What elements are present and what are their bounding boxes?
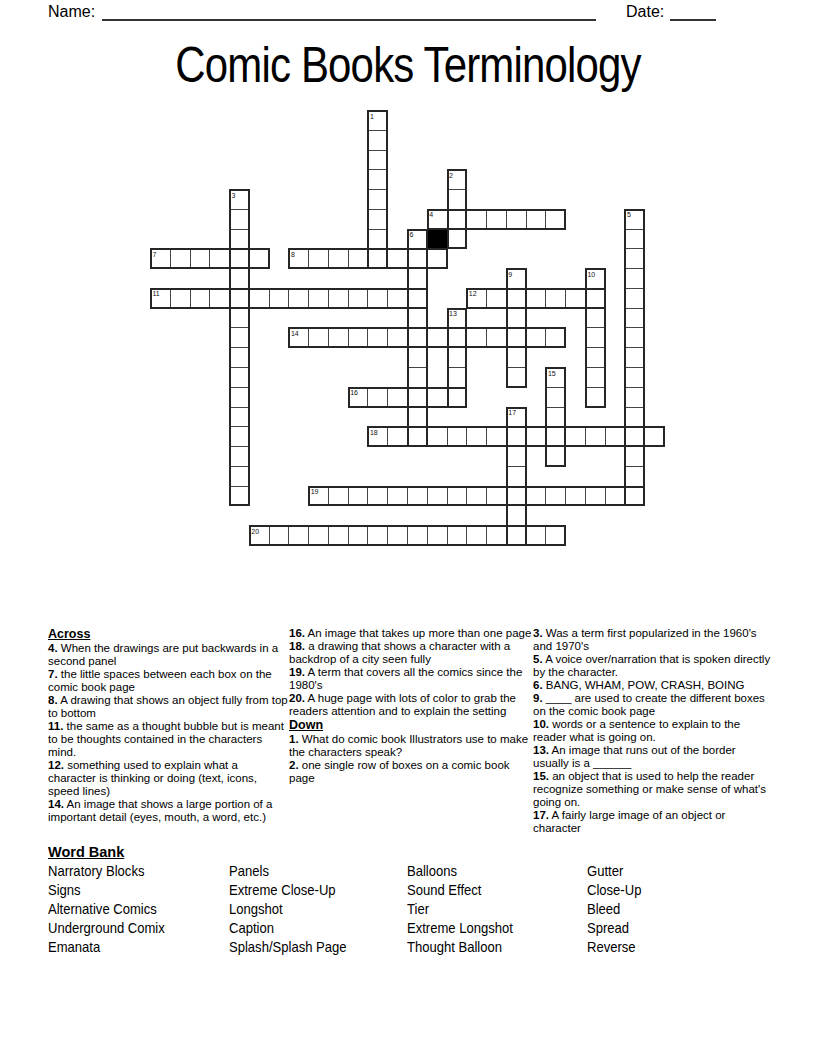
grid-cell-r16-c25[interactable]: [644, 426, 665, 447]
grid-cell-r10-c13[interactable]: [407, 308, 428, 329]
grid-cell-r18-c24[interactable]: [624, 466, 645, 487]
clue-number-17: 17: [508, 409, 516, 416]
clue-down-2: 2. one single row of boxes on a comic bo…: [289, 759, 532, 785]
name-label: Name:: [48, 3, 95, 21]
clue-across-7: 7. the little spaces between each box on…: [48, 668, 288, 694]
grid-cell-r6-c11[interactable]: [367, 229, 388, 250]
grid-cell-r12-c24[interactable]: [624, 347, 645, 368]
grid-cell-r9-c2[interactable]: [190, 288, 211, 309]
grid-cell-r11-c8[interactable]: [308, 327, 329, 348]
name-blank-line[interactable]: [102, 2, 596, 21]
black-cell: [427, 229, 448, 250]
clue-number-16: 16: [350, 389, 358, 396]
grid-cell-r9-c18[interactable]: [506, 288, 527, 309]
grid-cell-r5-c16[interactable]: [466, 209, 487, 230]
word-bank-item: Underground Comix: [48, 919, 165, 938]
grid-cell-r15-c13[interactable]: [407, 407, 428, 428]
grid-cell-r8-c24[interactable]: [624, 268, 645, 289]
clue-across-12: 12. something used to explain what a cha…: [48, 759, 288, 798]
word-bank-item: Sound Effect: [407, 881, 513, 900]
word-bank-item: Reverse: [587, 938, 641, 957]
grid-cell-r11-c13[interactable]: [407, 327, 428, 348]
grid-cell-r17-c20[interactable]: [545, 446, 566, 467]
grid-cell-r9-c24[interactable]: [624, 288, 645, 309]
clue-down-15: 15. an object that is used to help the r…: [533, 770, 773, 809]
word-bank-item: Longshot: [229, 900, 347, 919]
grid-cell-r9-c17[interactable]: [486, 288, 507, 309]
grid-cell-r14-c15[interactable]: [447, 387, 468, 408]
grid-cell-r21-c9[interactable]: [328, 525, 349, 546]
grid-cell-r19-c9[interactable]: [328, 486, 349, 507]
clue-across-14: 14. An image that shows a large portion …: [48, 798, 288, 824]
grid-cell-r21-c8[interactable]: [308, 525, 329, 546]
grid-cell-r17-c4[interactable]: [229, 446, 250, 467]
grid-cell-r9-c8[interactable]: [308, 288, 329, 309]
clue-number-6: 6: [410, 231, 414, 238]
grid-cell-r21-c17[interactable]: [486, 525, 507, 546]
grid-cell-r17-c24[interactable]: [624, 446, 645, 467]
grid-cell-r5-c17[interactable]: [486, 209, 507, 230]
grid-cell-r21-c10[interactable]: [348, 525, 369, 546]
grid-cell-r5-c20[interactable]: [545, 209, 566, 230]
grid-cell-r9-c1[interactable]: [170, 288, 191, 309]
grid-cell-r21-c11[interactable]: [367, 525, 388, 546]
word-bank-item: Spread: [587, 919, 641, 938]
grid-cell-r19-c11[interactable]: [367, 486, 388, 507]
grid-cell-r9-c19[interactable]: [526, 288, 547, 309]
grid-cell-r9-c10[interactable]: [348, 288, 369, 309]
grid-cell-r8-c13[interactable]: [407, 268, 428, 289]
clue-number-9: 9: [508, 271, 512, 278]
grid-cell-r11-c14[interactable]: [427, 327, 448, 348]
grid-cell-r7-c24[interactable]: [624, 248, 645, 269]
grid-cell-r9-c9[interactable]: [328, 288, 349, 309]
word-bank-item: Tier: [407, 900, 513, 919]
grid-cell-r7-c11[interactable]: [367, 248, 388, 269]
clue-number-4: 4: [429, 211, 433, 218]
grid-cell-r7-c1[interactable]: [170, 248, 191, 269]
grid-cell-r10-c18[interactable]: [506, 308, 527, 329]
grid-cell-r4-c15[interactable]: [447, 189, 468, 210]
grid-cell-r16-c19[interactable]: [526, 426, 547, 447]
clue-down-10: 10. words or a sentence to explain to th…: [533, 718, 773, 744]
clue-across-4: 4. When the drawings are put backwards i…: [48, 642, 288, 668]
grid-cell-r8-c4[interactable]: [229, 268, 250, 289]
date-label: Date:: [626, 3, 664, 21]
clue-number-5: 5: [627, 211, 631, 218]
clue-number-14: 14: [291, 330, 299, 337]
grid-cell-r12-c18[interactable]: [506, 347, 527, 368]
word-bank-column-3: BalloonsSound EffectTierExtreme Longshot…: [407, 862, 513, 957]
clue-number-7: 7: [153, 251, 157, 258]
grid-cell-r7-c2[interactable]: [190, 248, 211, 269]
grid-cell-r19-c19[interactable]: [526, 486, 547, 507]
grid-cell-r14-c14[interactable]: [427, 387, 448, 408]
clue-number-12: 12: [469, 290, 477, 297]
grid-cell-r16-c13[interactable]: [407, 426, 428, 447]
grid-cell-r19-c22[interactable]: [585, 486, 606, 507]
clue-number-3: 3: [232, 192, 236, 199]
grid-cell-r19-c13[interactable]: [407, 486, 428, 507]
grid-cell-r7-c9[interactable]: [328, 248, 349, 269]
grid-cell-r19-c24[interactable]: [624, 486, 645, 507]
grid-cell-r11-c24[interactable]: [624, 327, 645, 348]
grid-cell-r5-c4[interactable]: [229, 209, 250, 230]
grid-cell-r9-c21[interactable]: [565, 288, 586, 309]
word-bank-item: Thought Balloon: [407, 938, 513, 957]
grid-cell-r4-c11[interactable]: [367, 189, 388, 210]
grid-cell-r9-c4[interactable]: [229, 288, 250, 309]
clue-down-5: 5. A voice over/narration that is spoken…: [533, 653, 773, 679]
grid-cell-r13-c15[interactable]: [447, 367, 468, 388]
clue-down-13: 13. An image that runs out of the border…: [533, 744, 773, 770]
grid-cell-r6-c24[interactable]: [624, 229, 645, 250]
grid-cell-r11-c9[interactable]: [328, 327, 349, 348]
word-bank-item: Alternative Comics: [48, 900, 165, 919]
grid-cell-r11-c22[interactable]: [585, 327, 606, 348]
grid-cell-r21-c6[interactable]: [269, 525, 290, 546]
grid-cell-r16-c18[interactable]: [506, 426, 527, 447]
grid-cell-r6-c4[interactable]: [229, 229, 250, 250]
crossword-grid: 1234567891011121314151617181920: [150, 110, 666, 547]
grid-cell-r1-c11[interactable]: [367, 130, 388, 151]
grid-cell-r21-c14[interactable]: [427, 525, 448, 546]
date-blank-line[interactable]: [670, 2, 716, 21]
clue-down-6: 6. BANG, WHAM, POW, CRASH, BOING: [533, 679, 773, 692]
grid-cell-r5-c11[interactable]: [367, 209, 388, 230]
grid-cell-r19-c16[interactable]: [466, 486, 487, 507]
grid-cell-r9-c3[interactable]: [209, 288, 230, 309]
grid-cell-r21-c18[interactable]: [506, 525, 527, 546]
grid-cell-r19-c23[interactable]: [605, 486, 626, 507]
grid-cell-r19-c21[interactable]: [565, 486, 586, 507]
grid-cell-r12-c4[interactable]: [229, 347, 250, 368]
grid-cell-r6-c15[interactable]: [447, 229, 468, 250]
word-bank-item: Emanata: [48, 938, 165, 957]
grid-cell-r16-c4[interactable]: [229, 426, 250, 447]
clue-across-11: 11. the same as a thought bubble but is …: [48, 720, 288, 759]
word-bank-item: Narratory Blocks: [48, 862, 165, 881]
grid-cell-r12-c22[interactable]: [585, 347, 606, 368]
clue-down-17: 17. A fairly large image of an object or…: [533, 809, 773, 835]
grid-cell-r9-c7[interactable]: [288, 288, 309, 309]
grid-cell-r9-c5[interactable]: [249, 288, 270, 309]
grid-cell-r5-c15[interactable]: [447, 209, 468, 230]
clue-across-18: 18. a drawing that shows a character wit…: [289, 640, 532, 666]
grid-cell-r21-c7[interactable]: [288, 525, 309, 546]
grid-cell-r11-c18[interactable]: [506, 327, 527, 348]
clue-down-1: 1. What do comic book Illustrators use t…: [289, 733, 532, 759]
grid-cell-r13-c18[interactable]: [506, 367, 527, 388]
word-bank-column-2: PanelsExtreme Close-UpLongshotCaptionSpl…: [229, 862, 347, 957]
grid-cell-r14-c12[interactable]: [387, 387, 408, 408]
grid-cell-r16-c21[interactable]: [565, 426, 586, 447]
down-header: Down: [289, 718, 532, 733]
grid-cell-r9-c13[interactable]: [407, 288, 428, 309]
grid-cell-r7-c13[interactable]: [407, 248, 428, 269]
word-bank-item: Close-Up: [587, 881, 641, 900]
grid-cell-r10-c22[interactable]: [585, 308, 606, 329]
word-bank-item: Signs: [48, 881, 165, 900]
grid-cell-r9-c12[interactable]: [387, 288, 408, 309]
grid-cell-r13-c22[interactable]: [585, 367, 606, 388]
grid-cell-r19-c12[interactable]: [387, 486, 408, 507]
clue-number-10: 10: [587, 271, 595, 278]
grid-cell-r3-c11[interactable]: [367, 169, 388, 190]
across-header: Across: [48, 627, 288, 642]
grid-cell-r15-c20[interactable]: [545, 407, 566, 428]
clue-number-13: 13: [449, 310, 457, 317]
grid-cell-r10-c24[interactable]: [624, 308, 645, 329]
clue-across-8: 8. A drawing that shows an object fully …: [48, 694, 288, 720]
grid-cell-r19-c15[interactable]: [447, 486, 468, 507]
grid-cell-r21-c13[interactable]: [407, 525, 428, 546]
clue-across-16: 16. An image that takes up more than one…: [289, 627, 532, 640]
grid-cell-r11-c17[interactable]: [486, 327, 507, 348]
grid-cell-r18-c4[interactable]: [229, 466, 250, 487]
grid-cell-r9-c22[interactable]: [585, 288, 606, 309]
grid-cell-r20-c18[interactable]: [506, 505, 527, 526]
grid-cell-r16-c15[interactable]: [447, 426, 468, 447]
page-title: Comic Books Terminology: [65, 36, 750, 94]
grid-cell-r7-c4[interactable]: [229, 248, 250, 269]
grid-cell-r14-c20[interactable]: [545, 387, 566, 408]
grid-cell-r16-c24[interactable]: [624, 426, 645, 447]
grid-cell-r16-c12[interactable]: [387, 426, 408, 447]
grid-cell-r19-c10[interactable]: [348, 486, 369, 507]
clue-column-down: 3. Was a term first popularized in the 1…: [533, 627, 773, 835]
grid-cell-r14-c11[interactable]: [367, 387, 388, 408]
grid-cell-r21-c19[interactable]: [526, 525, 547, 546]
grid-cell-r11-c20[interactable]: [545, 327, 566, 348]
word-bank-item: Caption: [229, 919, 347, 938]
grid-cell-r19-c20[interactable]: [545, 486, 566, 507]
grid-cell-r16-c14[interactable]: [427, 426, 448, 447]
grid-cell-r7-c8[interactable]: [308, 248, 329, 269]
grid-cell-r2-c11[interactable]: [367, 150, 388, 171]
clue-number-15: 15: [548, 370, 556, 377]
grid-cell-r12-c15[interactable]: [447, 347, 468, 368]
grid-cell-r21-c20[interactable]: [545, 525, 566, 546]
grid-cell-r16-c16[interactable]: [466, 426, 487, 447]
grid-cell-r16-c22[interactable]: [585, 426, 606, 447]
word-bank-item: Bleed: [587, 900, 641, 919]
clue-column-middle: 16. An image that takes up more than one…: [289, 627, 532, 785]
word-bank-header: Word Bank: [48, 844, 124, 860]
grid-cell-r7-c14[interactable]: [427, 248, 448, 269]
grid-cell-r11-c11[interactable]: [367, 327, 388, 348]
grid-cell-r12-c13[interactable]: [407, 347, 428, 368]
grid-cell-r15-c4[interactable]: [229, 407, 250, 428]
grid-cell-r16-c17[interactable]: [486, 426, 507, 447]
clue-down-9: 9. ____ are used to create the different…: [533, 692, 773, 718]
grid-cell-r16-c23[interactable]: [605, 426, 626, 447]
grid-cell-r9-c11[interactable]: [367, 288, 388, 309]
grid-cell-r7-c10[interactable]: [348, 248, 369, 269]
clue-number-1: 1: [370, 113, 374, 120]
grid-cell-r13-c13[interactable]: [407, 367, 428, 388]
grid-cell-r11-c10[interactable]: [348, 327, 369, 348]
grid-cell-r7-c5[interactable]: [249, 248, 270, 269]
grid-cell-r10-c4[interactable]: [229, 308, 250, 329]
grid-cell-r18-c18[interactable]: [506, 466, 527, 487]
clue-number-2: 2: [449, 172, 453, 179]
grid-cell-r5-c18[interactable]: [506, 209, 527, 230]
grid-cell-r11-c12[interactable]: [387, 327, 408, 348]
clue-across-19: 19. A term that covers all the comics si…: [289, 666, 532, 692]
grid-cell-r11-c19[interactable]: [526, 327, 547, 348]
grid-cell-r14-c13[interactable]: [407, 387, 428, 408]
word-bank-column-1: Narratory BlocksSignsAlternative ComicsU…: [48, 862, 165, 957]
grid-cell-r19-c4[interactable]: [229, 486, 250, 507]
grid-cell-r14-c4[interactable]: [229, 387, 250, 408]
word-bank-item: Extreme Longshot: [407, 919, 513, 938]
grid-cell-r13-c24[interactable]: [624, 367, 645, 388]
word-bank-item: Extreme Close-Up: [229, 881, 347, 900]
grid-cell-r21-c12[interactable]: [387, 525, 408, 546]
grid-cell-r19-c17[interactable]: [486, 486, 507, 507]
grid-cell-r19-c18[interactable]: [506, 486, 527, 507]
grid-cell-r11-c4[interactable]: [229, 327, 250, 348]
grid-cell-r17-c18[interactable]: [506, 446, 527, 467]
clue-number-8: 8: [291, 251, 295, 258]
clue-number-18: 18: [370, 429, 378, 436]
clue-across-20: 20. A huge page with lots of color to gr…: [289, 692, 532, 718]
grid-cell-r9-c20[interactable]: [545, 288, 566, 309]
grid-cell-r9-c6[interactable]: [269, 288, 290, 309]
clue-down-3: 3. Was a term first popularized in the 1…: [533, 627, 773, 653]
word-bank-item: Splash/Splash Page: [229, 938, 347, 957]
grid-cell-r21-c15[interactable]: [447, 525, 468, 546]
grid-cell-r5-c19[interactable]: [526, 209, 547, 230]
grid-cell-r19-c14[interactable]: [427, 486, 448, 507]
grid-cell-r15-c24[interactable]: [624, 407, 645, 428]
clue-column-across: Across4. When the drawings are put backw…: [48, 627, 288, 824]
grid-cell-r16-c20[interactable]: [545, 426, 566, 447]
clue-number-11: 11: [153, 290, 160, 297]
word-bank-item: Panels: [229, 862, 347, 881]
grid-cell-r11-c15[interactable]: [447, 327, 468, 348]
worksheet-page: Name: Date: Comic Books Terminology 1234…: [0, 0, 816, 1056]
grid-cell-r14-c22[interactable]: [585, 387, 606, 408]
grid-cell-r21-c16[interactable]: [466, 525, 487, 546]
grid-cell-r11-c16[interactable]: [466, 327, 487, 348]
word-bank-item: Balloons: [407, 862, 513, 881]
word-bank-item: Gutter: [587, 862, 641, 881]
grid-cell-r7-c12[interactable]: [387, 248, 408, 269]
grid-cell-r7-c3[interactable]: [209, 248, 230, 269]
grid-cell-r13-c4[interactable]: [229, 367, 250, 388]
grid-cell-r14-c24[interactable]: [624, 387, 645, 408]
clue-number-20: 20: [251, 528, 259, 535]
word-bank-column-4: GutterClose-UpBleedSpreadReverse: [587, 862, 641, 957]
clue-number-19: 19: [311, 488, 319, 495]
